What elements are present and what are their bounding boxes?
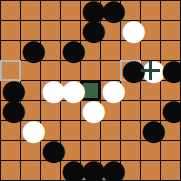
black-stone: ●: [161, 61, 180, 80]
cell-r5c6[interactable]: [121, 101, 140, 120]
cell-r5c7[interactable]: [141, 101, 160, 120]
cell-r4c4[interactable]: [81, 81, 100, 100]
cell-r4c6[interactable]: [121, 81, 140, 100]
cell-r8c8[interactable]: [161, 161, 180, 180]
cell-r2c3[interactable]: ●: [61, 41, 80, 60]
cell-r0c7[interactable]: [141, 1, 160, 20]
cell-r8c4[interactable]: ●: [81, 161, 100, 180]
cell-r3c0[interactable]: [1, 61, 20, 80]
cell-r5c4[interactable]: ●: [81, 101, 100, 120]
white-stone: ●: [81, 101, 100, 120]
cell-r3c8[interactable]: ●: [161, 61, 180, 80]
black-stone: ●: [81, 161, 100, 180]
cell-r1c1[interactable]: [21, 21, 40, 40]
cell-r5c3[interactable]: [61, 101, 80, 120]
cell-r4c5[interactable]: ●: [101, 81, 120, 100]
cell-r1c7[interactable]: [141, 21, 160, 40]
cell-r0c6[interactable]: [121, 1, 140, 20]
cell-r3c4[interactable]: [81, 61, 100, 80]
cell-r4c2[interactable]: ●: [41, 81, 60, 100]
cell-r1c6[interactable]: ●: [121, 21, 140, 40]
black-stone: ●: [41, 141, 60, 160]
cell-r1c8[interactable]: [161, 21, 180, 40]
cell-r5c1[interactable]: [21, 101, 40, 120]
cell-r5c8[interactable]: ●: [161, 101, 180, 120]
cell-r7c1[interactable]: [21, 141, 40, 160]
cell-r4c8[interactable]: [161, 81, 180, 100]
white-stone: ●: [101, 81, 120, 100]
cell-r7c3[interactable]: [61, 141, 80, 160]
cell-r2c7[interactable]: [141, 41, 160, 60]
cell-r6c5[interactable]: [101, 121, 120, 140]
cell-r8c5[interactable]: ●: [101, 161, 120, 180]
cell-r7c5[interactable]: [101, 141, 120, 160]
cell-r7c7[interactable]: [141, 141, 160, 160]
cell-r2c6[interactable]: [121, 41, 140, 60]
cell-r0c8[interactable]: [161, 1, 180, 20]
cell-r5c5[interactable]: [101, 101, 120, 120]
black-stone: ●: [141, 121, 160, 140]
cell-r1c3[interactable]: [61, 21, 80, 40]
cell-r2c4[interactable]: [81, 41, 100, 60]
black-stone: ●: [1, 101, 20, 120]
cell-r6c0[interactable]: [1, 121, 20, 140]
white-stone: ●: [41, 81, 60, 100]
white-stone: ●: [121, 21, 140, 40]
cell-r3c6[interactable]: ●: [121, 61, 140, 80]
cell-r7c8[interactable]: [161, 141, 180, 160]
game-board: ●●●●●●●●●●●●●●●●●●●●●●: [0, 0, 181, 181]
cell-r8c0[interactable]: [1, 161, 20, 180]
black-stone: ●: [101, 1, 120, 20]
cell-r7c6[interactable]: [121, 141, 140, 160]
cell-r8c7[interactable]: [141, 161, 160, 180]
black-stone: ●: [81, 1, 100, 20]
cell-r4c7[interactable]: [141, 81, 160, 100]
white-stone: ●: [21, 121, 40, 140]
cell-r3c2[interactable]: [41, 61, 60, 80]
cross-marker-horizontal: [141, 69, 160, 72]
black-stone: ●: [121, 61, 140, 80]
cell-r4c1[interactable]: [21, 81, 40, 100]
green-square-marker: [83, 83, 98, 98]
cell-r3c7[interactable]: ●: [141, 61, 160, 80]
black-stone: ●: [101, 161, 120, 180]
cell-r6c7[interactable]: ●: [141, 121, 160, 140]
cell-r0c0[interactable]: [1, 1, 20, 20]
cell-r0c4[interactable]: ●: [81, 1, 100, 20]
black-stone: ●: [61, 41, 80, 60]
cell-r8c1[interactable]: [21, 161, 40, 180]
cell-r8c2[interactable]: [41, 161, 60, 180]
cell-r8c3[interactable]: ●: [61, 161, 80, 180]
cell-r1c2[interactable]: [41, 21, 60, 40]
cell-r3c3[interactable]: [61, 61, 80, 80]
cell-r2c0[interactable]: [1, 41, 20, 60]
cell-r7c2[interactable]: ●: [41, 141, 60, 160]
cell-r2c1[interactable]: ●: [21, 41, 40, 60]
white-cross-stone: ●: [141, 61, 160, 80]
cell-r4c3[interactable]: ●: [61, 81, 80, 100]
cell-r2c5[interactable]: [101, 41, 120, 60]
cell-r3c5[interactable]: [101, 61, 120, 80]
cell-r6c8[interactable]: [161, 121, 180, 140]
cell-r4c0[interactable]: ●: [1, 81, 20, 100]
cell-r2c2[interactable]: [41, 41, 60, 60]
cell-r6c4[interactable]: [81, 121, 100, 140]
cell-r5c2[interactable]: [41, 101, 60, 120]
black-stone: ●: [81, 21, 100, 40]
cell-r5c0[interactable]: ●: [1, 101, 20, 120]
cell-r0c3[interactable]: [61, 1, 80, 20]
cell-r2c8[interactable]: [161, 41, 180, 60]
cell-r1c4[interactable]: ●: [81, 21, 100, 40]
cell-r8c6[interactable]: [121, 161, 140, 180]
cross-marker-vertical: [149, 61, 152, 80]
cell-r0c1[interactable]: [21, 1, 40, 20]
black-stone: ●: [21, 41, 40, 60]
cell-r1c0[interactable]: [1, 21, 20, 40]
cell-r1c5[interactable]: [101, 21, 120, 40]
cell-r6c6[interactable]: [121, 121, 140, 140]
white-stone: ●: [61, 81, 80, 100]
cell-r7c0[interactable]: [1, 141, 20, 160]
cell-r6c2[interactable]: [41, 121, 60, 140]
black-stone: ●: [1, 81, 20, 100]
black-stone: ●: [61, 161, 80, 180]
black-stone: ●: [161, 101, 180, 120]
cell-r6c3[interactable]: [61, 121, 80, 140]
cell-r0c2[interactable]: [41, 1, 60, 20]
cell-r6c1[interactable]: ●: [21, 121, 40, 140]
cell-r7c4[interactable]: [81, 141, 100, 160]
cell-r3c1[interactable]: [21, 61, 40, 80]
cell-r0c5[interactable]: ●: [101, 1, 120, 20]
